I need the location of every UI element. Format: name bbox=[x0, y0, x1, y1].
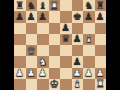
white-pawn[interactable]: ♟ bbox=[27, 68, 36, 78]
square-b7[interactable]: ♟ bbox=[26, 11, 38, 22]
square-d3[interactable] bbox=[49, 56, 61, 67]
square-e6[interactable]: ♟ bbox=[60, 23, 72, 34]
square-g1[interactable] bbox=[83, 79, 95, 90]
square-h2[interactable]: ♟ bbox=[95, 68, 107, 79]
square-g7[interactable]: ♟ bbox=[83, 11, 95, 22]
black-pawn[interactable]: ♟ bbox=[27, 11, 36, 21]
square-h8[interactable]: ♜ bbox=[95, 0, 107, 11]
square-e7[interactable] bbox=[60, 11, 72, 22]
square-f5[interactable]: ♟ bbox=[72, 34, 84, 45]
right-letterbox bbox=[106, 0, 120, 90]
white-rook[interactable]: ♜ bbox=[96, 79, 105, 89]
left-letterbox bbox=[0, 0, 14, 90]
black-pawn[interactable]: ♟ bbox=[73, 56, 82, 66]
square-d6[interactable] bbox=[49, 23, 61, 34]
black-pawn[interactable]: ♟ bbox=[15, 11, 24, 21]
square-g6[interactable] bbox=[83, 23, 95, 34]
square-f3[interactable]: ♟ bbox=[72, 56, 84, 67]
square-g4[interactable] bbox=[83, 45, 95, 56]
black-pawn[interactable]: ♟ bbox=[61, 23, 70, 33]
square-c4[interactable] bbox=[37, 45, 49, 56]
white-bishop[interactable]: ♝ bbox=[84, 34, 93, 44]
square-a6[interactable] bbox=[14, 23, 26, 34]
square-d5[interactable] bbox=[49, 34, 61, 45]
square-d4[interactable] bbox=[49, 45, 61, 56]
square-e2[interactable] bbox=[60, 68, 72, 79]
black-pawn[interactable]: ♟ bbox=[96, 11, 105, 21]
black-bishop[interactable]: ♝ bbox=[38, 0, 47, 10]
black-knight[interactable]: ♞ bbox=[84, 0, 93, 10]
square-c3[interactable]: ♞ bbox=[37, 56, 49, 67]
square-g8[interactable]: ♞ bbox=[83, 0, 95, 11]
square-h7[interactable]: ♟ bbox=[95, 11, 107, 22]
square-e5[interactable]: ♛ bbox=[60, 34, 72, 45]
white-pawn[interactable]: ♟ bbox=[84, 68, 93, 78]
square-f2[interactable]: ♟ bbox=[72, 68, 84, 79]
square-e3[interactable] bbox=[60, 56, 72, 67]
square-a7[interactable]: ♟ bbox=[14, 11, 26, 22]
square-b6[interactable] bbox=[26, 23, 38, 34]
square-a4[interactable] bbox=[14, 45, 26, 56]
white-pawn[interactable]: ♟ bbox=[73, 68, 82, 78]
square-g5[interactable]: ♝ bbox=[83, 34, 95, 45]
square-h4[interactable] bbox=[95, 45, 107, 56]
white-bishop[interactable]: ♝ bbox=[73, 79, 82, 89]
square-e8[interactable] bbox=[60, 0, 72, 11]
square-c1[interactable] bbox=[37, 79, 49, 90]
black-rook[interactable]: ♜ bbox=[15, 0, 24, 10]
black-queen[interactable]: ♛ bbox=[61, 34, 70, 44]
square-a3[interactable] bbox=[14, 56, 26, 67]
screenshot-frame: ♜♞♝♜♞♜♟♟♟♚♟♟♟♛♟♝♛♞♟♟♟♟♟♟♟♚♝♜ bbox=[0, 0, 120, 90]
white-queen[interactable]: ♛ bbox=[27, 45, 36, 55]
square-e1[interactable] bbox=[60, 79, 72, 90]
black-rook[interactable]: ♜ bbox=[96, 0, 105, 10]
square-b1[interactable] bbox=[26, 79, 38, 90]
white-king[interactable]: ♚ bbox=[50, 79, 59, 89]
square-f1[interactable]: ♝ bbox=[72, 79, 84, 90]
white-pawn[interactable]: ♟ bbox=[15, 68, 24, 78]
square-h1[interactable]: ♜ bbox=[95, 79, 107, 90]
square-f8[interactable] bbox=[72, 0, 84, 11]
square-h6[interactable] bbox=[95, 23, 107, 34]
square-a1[interactable] bbox=[14, 79, 26, 90]
square-a5[interactable] bbox=[14, 34, 26, 45]
square-f4[interactable] bbox=[72, 45, 84, 56]
square-b4[interactable]: ♛ bbox=[26, 45, 38, 56]
square-c2[interactable]: ♟ bbox=[37, 68, 49, 79]
square-f7[interactable]: ♚ bbox=[72, 11, 84, 22]
square-c6[interactable] bbox=[37, 23, 49, 34]
square-d8[interactable]: ♜ bbox=[49, 0, 61, 11]
square-b5[interactable] bbox=[26, 34, 38, 45]
black-king[interactable]: ♚ bbox=[73, 11, 82, 21]
square-g3[interactable] bbox=[83, 56, 95, 67]
square-d2[interactable] bbox=[49, 68, 61, 79]
white-rook[interactable]: ♜ bbox=[50, 0, 59, 10]
square-f6[interactable] bbox=[72, 23, 84, 34]
square-b2[interactable]: ♟ bbox=[26, 68, 38, 79]
black-knight[interactable]: ♞ bbox=[27, 0, 36, 10]
square-h3[interactable] bbox=[95, 56, 107, 67]
black-pawn[interactable]: ♟ bbox=[38, 11, 47, 21]
square-e4[interactable] bbox=[60, 45, 72, 56]
white-knight[interactable]: ♞ bbox=[38, 56, 47, 66]
white-pawn[interactable]: ♟ bbox=[38, 68, 47, 78]
square-a2[interactable]: ♟ bbox=[14, 68, 26, 79]
black-pawn[interactable]: ♟ bbox=[73, 34, 82, 44]
square-b8[interactable]: ♞ bbox=[26, 0, 38, 11]
square-h5[interactable] bbox=[95, 34, 107, 45]
square-a8[interactable]: ♜ bbox=[14, 0, 26, 11]
square-g2[interactable]: ♟ bbox=[83, 68, 95, 79]
square-d7[interactable] bbox=[49, 11, 61, 22]
square-c7[interactable]: ♟ bbox=[37, 11, 49, 22]
black-pawn[interactable]: ♟ bbox=[84, 11, 93, 21]
white-pawn[interactable]: ♟ bbox=[96, 68, 105, 78]
square-c8[interactable]: ♝ bbox=[37, 0, 49, 11]
square-c5[interactable] bbox=[37, 34, 49, 45]
chess-board[interactable]: ♜♞♝♜♞♜♟♟♟♚♟♟♟♛♟♝♛♞♟♟♟♟♟♟♟♚♝♜ bbox=[14, 0, 106, 90]
square-b3[interactable] bbox=[26, 56, 38, 67]
square-d1[interactable]: ♚ bbox=[49, 79, 61, 90]
